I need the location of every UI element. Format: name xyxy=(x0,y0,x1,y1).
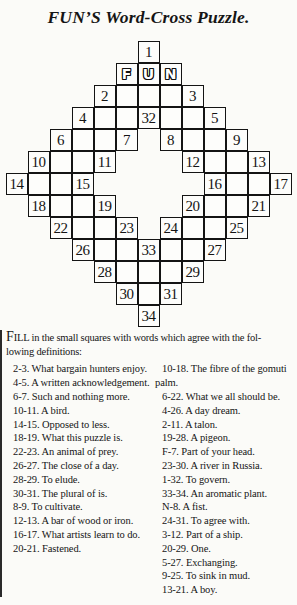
instructions-line2: lowing definitions: xyxy=(6,346,82,357)
clue: 8-9. To cultivate. xyxy=(6,500,155,514)
grid-cell-22[interactable]: 22 xyxy=(50,217,72,239)
clue: 20-21. Fastened. xyxy=(6,542,155,556)
grid-cell[interactable] xyxy=(94,217,116,239)
grid-cell[interactable] xyxy=(182,129,204,151)
grid-cell-6[interactable]: 6 xyxy=(50,129,72,151)
grid-cell-10[interactable]: 10 xyxy=(28,151,50,173)
grid-cell[interactable] xyxy=(160,239,182,261)
grid-cell[interactable] xyxy=(72,195,94,217)
crossword-grid: 1FUN234325678910111213141516171819202122… xyxy=(6,41,292,327)
grid-cell-26[interactable]: 26 xyxy=(72,239,94,261)
clue: 14-15. Opposed to less. xyxy=(6,418,155,432)
grid-cell[interactable] xyxy=(226,151,248,173)
page: FUN’S Word-Cross Puzzle. 1FUN23432567891… xyxy=(0,0,297,605)
clue: 4-26. A day dream. xyxy=(155,404,296,418)
grid-cell[interactable] xyxy=(160,85,182,107)
clue: 13-21. A boy. xyxy=(155,583,296,597)
grid-cell-5[interactable]: 5 xyxy=(204,107,226,129)
grid-cell[interactable] xyxy=(116,261,138,283)
grid-cell-9[interactable]: 9 xyxy=(226,129,248,151)
grid-cell-27[interactable]: 27 xyxy=(204,239,226,261)
grid-cell-3[interactable]: 3 xyxy=(182,85,204,107)
grid-cell[interactable] xyxy=(160,261,182,283)
clue: 33-34. An aromatic plant. xyxy=(155,487,296,501)
grid-cell[interactable] xyxy=(138,85,160,107)
clue: 6-22. What we all should be. xyxy=(155,390,296,404)
grid-cell-2[interactable]: 2 xyxy=(94,85,116,107)
clue: 22-23. An animal of prey. xyxy=(6,445,155,459)
grid-cell[interactable] xyxy=(226,173,248,195)
clue-column-right: 10-18. The fibre of the gomuti palm.6-22… xyxy=(155,362,296,597)
grid-cell-16[interactable]: 16 xyxy=(204,173,226,195)
clue: 4-5. A written acknowledge­ment. xyxy=(6,376,155,390)
clue: 2-3. What bargain hunters enjoy. xyxy=(6,362,155,376)
grid-cell-7[interactable]: 7 xyxy=(116,129,138,151)
grid-cell-33[interactable]: 33 xyxy=(138,239,160,261)
clue: 1-32. To govern. xyxy=(155,473,296,487)
grid-cell[interactable] xyxy=(50,151,72,173)
grid-cell[interactable] xyxy=(204,151,226,173)
clue: 18-19. What this puzzle is. xyxy=(6,431,155,445)
grid-cell[interactable] xyxy=(138,283,160,305)
clue: 28-29. To elude. xyxy=(6,473,155,487)
instructions-lead-cap: F xyxy=(6,329,14,344)
grid-cell[interactable] xyxy=(204,195,226,217)
clue-column-left: 2-3. What bargain hunters enjoy.4-5. A w… xyxy=(6,362,155,597)
clue: 19-28. A pigeon. xyxy=(155,431,296,445)
clue: F-7. Part of your head. xyxy=(155,445,296,459)
clue: 9-25. To sink in mud. xyxy=(155,569,296,583)
grid-cell-letter-N: N xyxy=(160,63,182,85)
grid-cell-12[interactable]: 12 xyxy=(182,151,204,173)
clue: 3-12. Part of a ship. xyxy=(155,528,296,542)
grid-cell[interactable] xyxy=(182,239,204,261)
grid-cell-25[interactable]: 25 xyxy=(226,217,248,239)
clue: 6-7. Such and nothing more. xyxy=(6,390,155,404)
grid-cell-1[interactable]: 1 xyxy=(138,41,160,63)
clue: 16-17. What artists learn to do. xyxy=(6,528,155,542)
clue: 12-13. A bar of wood or iron. xyxy=(6,514,155,528)
clue: 20-29. One. xyxy=(155,542,296,556)
grid-cell-20[interactable]: 20 xyxy=(182,195,204,217)
grid-cell-4[interactable]: 4 xyxy=(72,107,94,129)
clue: 26-27. The close of a day. xyxy=(6,459,155,473)
grid-cell[interactable] xyxy=(204,217,226,239)
grid-cell[interactable] xyxy=(94,239,116,261)
grid-cell[interactable] xyxy=(116,239,138,261)
instructions: FILL in the small squares with words whi… xyxy=(6,330,296,359)
clue: 24-31. To agree with. xyxy=(155,514,296,528)
grid-cell[interactable] xyxy=(182,107,204,129)
grid-cell[interactable] xyxy=(28,173,50,195)
grid-cell-11[interactable]: 11 xyxy=(94,151,116,173)
grid-cell-23[interactable]: 23 xyxy=(116,217,138,239)
grid-cell[interactable] xyxy=(50,195,72,217)
grid-cell-30[interactable]: 30 xyxy=(116,283,138,305)
grid-cell[interactable] xyxy=(50,173,72,195)
grid-cell[interactable] xyxy=(72,151,94,173)
grid-cell[interactable] xyxy=(72,129,94,151)
grid-cell-32[interactable]: 32 xyxy=(138,107,160,129)
grid-cell-14[interactable]: 14 xyxy=(6,173,28,195)
grid-cell[interactable] xyxy=(204,129,226,151)
grid-cell-29[interactable]: 29 xyxy=(182,261,204,283)
clue: 2-11. A talon. xyxy=(155,418,296,432)
clue: 5-27. Exchanging. xyxy=(155,556,296,570)
grid-cell-24[interactable]: 24 xyxy=(160,217,182,239)
grid-cell[interactable] xyxy=(182,217,204,239)
definitions-section: FILL in the small squares with words whi… xyxy=(0,330,297,597)
clue: 23-30. A river in Russia. xyxy=(155,459,296,473)
grid-cell-13[interactable]: 13 xyxy=(248,151,270,173)
puzzle-title: FUN’S Word-Cross Puzzle. xyxy=(0,0,297,28)
clue: N-8. A fist. xyxy=(155,500,296,514)
clue: 30-31. The plural of is. xyxy=(6,487,155,501)
grid-cell[interactable] xyxy=(116,107,138,129)
instructions-line1: ILL in the small squares with words whic… xyxy=(14,332,261,343)
grid-cell-8[interactable]: 8 xyxy=(160,129,182,151)
grid-cell-19[interactable]: 19 xyxy=(94,195,116,217)
clue: 10-18. The fibre of the gomuti palm. xyxy=(155,362,296,390)
grid-cell[interactable] xyxy=(226,195,248,217)
grid-cell[interactable] xyxy=(116,85,138,107)
grid-cell-21[interactable]: 21 xyxy=(248,195,270,217)
grid-cell-28[interactable]: 28 xyxy=(94,261,116,283)
grid-cell-31[interactable]: 31 xyxy=(160,283,182,305)
grid-cell-34[interactable]: 34 xyxy=(138,305,160,327)
grid-cell[interactable] xyxy=(94,129,116,151)
clue-columns: 2-3. What bargain hunters enjoy.4-5. A w… xyxy=(6,362,296,597)
clue: 10-11. A bird. xyxy=(6,404,155,418)
grid-cell[interactable] xyxy=(72,217,94,239)
grid-cell[interactable] xyxy=(160,107,182,129)
grid-cell-17[interactable]: 17 xyxy=(270,173,292,195)
grid-cell[interactable] xyxy=(138,261,160,283)
grid-cell[interactable] xyxy=(248,173,270,195)
grid-cell[interactable] xyxy=(94,107,116,129)
grid-cell-18[interactable]: 18 xyxy=(28,195,50,217)
grid-cell-15[interactable]: 15 xyxy=(72,173,94,195)
grid-cell-letter-F: F xyxy=(116,63,138,85)
grid-cell-letter-U: U xyxy=(138,63,160,85)
